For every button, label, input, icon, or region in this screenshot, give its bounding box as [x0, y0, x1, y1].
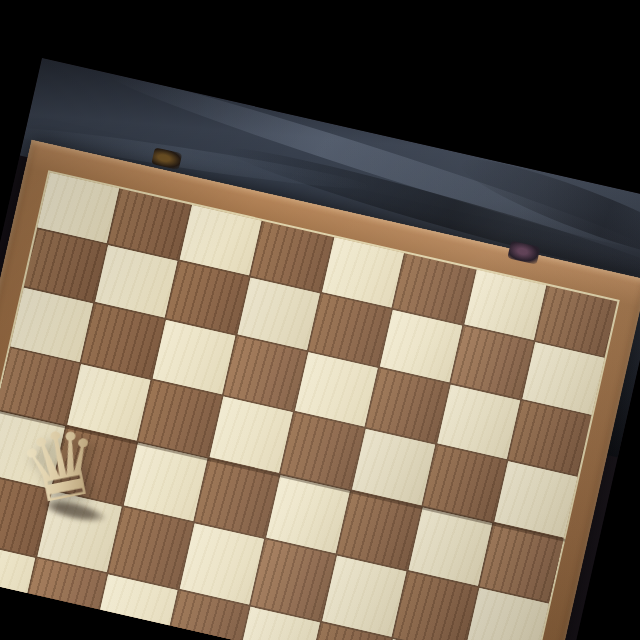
white-queen-piece[interactable]: ♛ [3, 404, 117, 525]
square-e3[interactable] [251, 540, 335, 621]
scene-backdrop: ♛ [0, 0, 640, 640]
square-a1[interactable] [0, 612, 19, 640]
square-c3[interactable] [109, 507, 193, 588]
board-photo: ♛ [0, 58, 640, 640]
square-d3[interactable] [180, 523, 264, 604]
square-b1[interactable] [5, 629, 90, 640]
square-f3[interactable] [322, 556, 406, 637]
square-b2[interactable] [22, 558, 107, 640]
